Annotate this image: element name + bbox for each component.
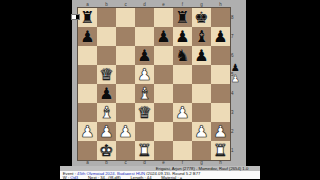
square-e5[interactable] [154, 65, 173, 84]
square-c8[interactable] [116, 8, 135, 27]
black-pawn-a7: ♟ [78, 27, 97, 46]
square-a7[interactable]: ♟ [78, 27, 97, 46]
rank-label-8: 8 [231, 10, 239, 24]
rank-label-7: 7 [231, 29, 239, 43]
side-to-move-indicator [71, 14, 80, 20]
square-d2[interactable] [135, 122, 154, 141]
file-label-e: e [156, 159, 170, 165]
rank-labels-right: 87654321 [231, 8, 241, 160]
square-b2[interactable]: ♟ [97, 122, 116, 141]
square-a8[interactable]: ♜ [78, 8, 97, 27]
square-g2[interactable]: ♟ [192, 122, 211, 141]
black-pawn-b4: ♟ [97, 84, 116, 103]
file-label-c: c [118, 159, 132, 165]
material-tray: ♟ ♟ [231, 62, 245, 84]
square-h8[interactable] [211, 8, 230, 27]
white-pawn-d5: ♟ [135, 65, 154, 84]
square-f8[interactable]: ♜ [173, 8, 192, 27]
square-c3[interactable] [116, 103, 135, 122]
white-pawn-h2: ♟ [211, 122, 230, 141]
length-text: Length : 44 [130, 175, 151, 179]
square-f6[interactable]: ♞ [173, 46, 192, 65]
white-pawn-f3: ♟ [173, 103, 192, 122]
white-bishop-b3: ♝ [97, 103, 116, 122]
file-label-e: e [156, 1, 170, 7]
rank-label-4: 4 [231, 86, 239, 100]
file-label-a: a [80, 159, 94, 165]
square-d8[interactable] [135, 8, 154, 27]
square-e2[interactable] [154, 122, 173, 141]
app-window: abcdefgh ♜♜♚♟♟♟♝♟♟♞♟♛♟♟♝♝♛♟♟♟♟♟♟♚♜♜ 8765… [0, 0, 320, 180]
file-label-a: a [80, 1, 94, 7]
white-pawn-a2: ♟ [78, 122, 97, 141]
square-d7[interactable] [135, 27, 154, 46]
square-a6[interactable] [78, 46, 97, 65]
to-move-label: W : [63, 175, 70, 179]
square-c5[interactable] [116, 65, 135, 84]
board-frame: abcdefgh ♜♜♚♟♟♟♝♟♟♞♟♛♟♟♝♝♛♟♟♟♟♟♟♚♜♜ 8765… [72, 0, 246, 166]
square-d5[interactable]: ♟ [135, 65, 154, 84]
file-label-h: h [213, 159, 227, 165]
square-a4[interactable] [78, 84, 97, 103]
file-label-b: b [99, 159, 113, 165]
file-label-d: d [137, 159, 151, 165]
square-f3[interactable]: ♟ [173, 103, 192, 122]
square-e4[interactable] [154, 84, 173, 103]
square-c2[interactable]: ♟ [116, 122, 135, 141]
square-d4[interactable]: ♝ [135, 84, 154, 103]
square-b4[interactable]: ♟ [97, 84, 116, 103]
square-e7[interactable]: ♟ [154, 27, 173, 46]
square-h5[interactable] [211, 65, 230, 84]
file-labels-top: abcdefgh [78, 0, 230, 8]
square-b8[interactable] [97, 8, 116, 27]
square-g3[interactable] [192, 103, 211, 122]
black-pawn-f7: ♟ [173, 27, 192, 46]
square-f2[interactable] [173, 122, 192, 141]
square-b5[interactable]: ♛ [97, 65, 116, 84]
black-pawn-d6: ♟ [135, 46, 154, 65]
square-e8[interactable] [154, 8, 173, 27]
square-h4[interactable] [211, 84, 230, 103]
board: ♜♜♚♟♟♟♝♟♟♞♟♛♟♟♝♝♛♟♟♟♟♟♟♚♜♜ [78, 8, 230, 160]
rank-label-6: 6 [231, 48, 239, 62]
square-c6[interactable] [116, 46, 135, 65]
file-label-c: c [118, 1, 132, 7]
square-h3[interactable] [211, 103, 230, 122]
square-e3[interactable] [154, 103, 173, 122]
square-h7[interactable]: ♟ [211, 27, 230, 46]
square-h6[interactable] [211, 46, 230, 65]
black-knight-f6: ♞ [173, 46, 192, 65]
captured-white-pawn-icon: ♟ [231, 73, 245, 84]
status-bar: Erigaisi, Arjun (2778) - Mamedov, Rauf (… [60, 166, 260, 179]
black-rook-f8: ♜ [173, 8, 192, 27]
black-king-g8: ♚ [192, 8, 211, 27]
black-pawn-e7: ♟ [154, 27, 173, 46]
file-label-f: f [175, 159, 189, 165]
black-bishop-g7: ♝ [192, 27, 211, 46]
black-rook-a8: ♜ [78, 8, 97, 27]
rank-label-2: 2 [231, 124, 239, 138]
square-b7[interactable] [97, 27, 116, 46]
square-g5[interactable] [192, 65, 211, 84]
white-pawn-c2: ♟ [116, 122, 135, 141]
square-g6[interactable]: ♟ [192, 46, 211, 65]
square-c4[interactable] [116, 84, 135, 103]
file-label-d: d [137, 1, 151, 7]
white-pawn-b2: ♟ [97, 122, 116, 141]
square-g8[interactable]: ♚ [192, 8, 211, 27]
square-a5[interactable] [78, 65, 97, 84]
file-label-g: g [194, 159, 208, 165]
white-queen-b5: ♛ [97, 65, 116, 84]
file-labels-bottom: abcdefgh [78, 158, 230, 166]
white-bishop-d4: ♝ [135, 84, 154, 103]
material-text: Material : = [161, 175, 182, 179]
rank-label-3: 3 [231, 105, 239, 119]
square-d6[interactable]: ♟ [135, 46, 154, 65]
white-queen-d3: ♛ [135, 103, 154, 122]
black-half [76, 15, 80, 19]
next-move-text: Next : 34...(f8-d8) [88, 175, 121, 179]
captured-black-pawn-icon: ♟ [231, 62, 245, 73]
square-e6[interactable] [154, 46, 173, 65]
black-pawn-h7: ♟ [211, 27, 230, 46]
move-info-line: W : Qd3Next : 34...(f8-d8)Length : 44Mat… [60, 175, 260, 179]
square-b3[interactable]: ♝ [97, 103, 116, 122]
square-h2[interactable]: ♟ [211, 122, 230, 141]
last-move-link[interactable]: Qd3 [70, 175, 78, 179]
square-f4[interactable] [173, 84, 192, 103]
square-a2[interactable]: ♟ [78, 122, 97, 141]
square-c7[interactable] [116, 27, 135, 46]
square-d3[interactable]: ♛ [135, 103, 154, 122]
file-label-g: g [194, 1, 208, 7]
square-b6[interactable] [97, 46, 116, 65]
square-g7[interactable]: ♝ [192, 27, 211, 46]
file-label-f: f [175, 1, 189, 7]
square-f7[interactable]: ♟ [173, 27, 192, 46]
white-pawn-g2: ♟ [192, 122, 211, 141]
square-a3[interactable] [78, 103, 97, 122]
black-pawn-g6: ♟ [192, 46, 211, 65]
file-label-b: b [99, 1, 113, 7]
square-g4[interactable] [192, 84, 211, 103]
file-label-h: h [213, 1, 227, 7]
rank-label-1: 1 [231, 143, 239, 157]
square-f5[interactable] [173, 65, 192, 84]
